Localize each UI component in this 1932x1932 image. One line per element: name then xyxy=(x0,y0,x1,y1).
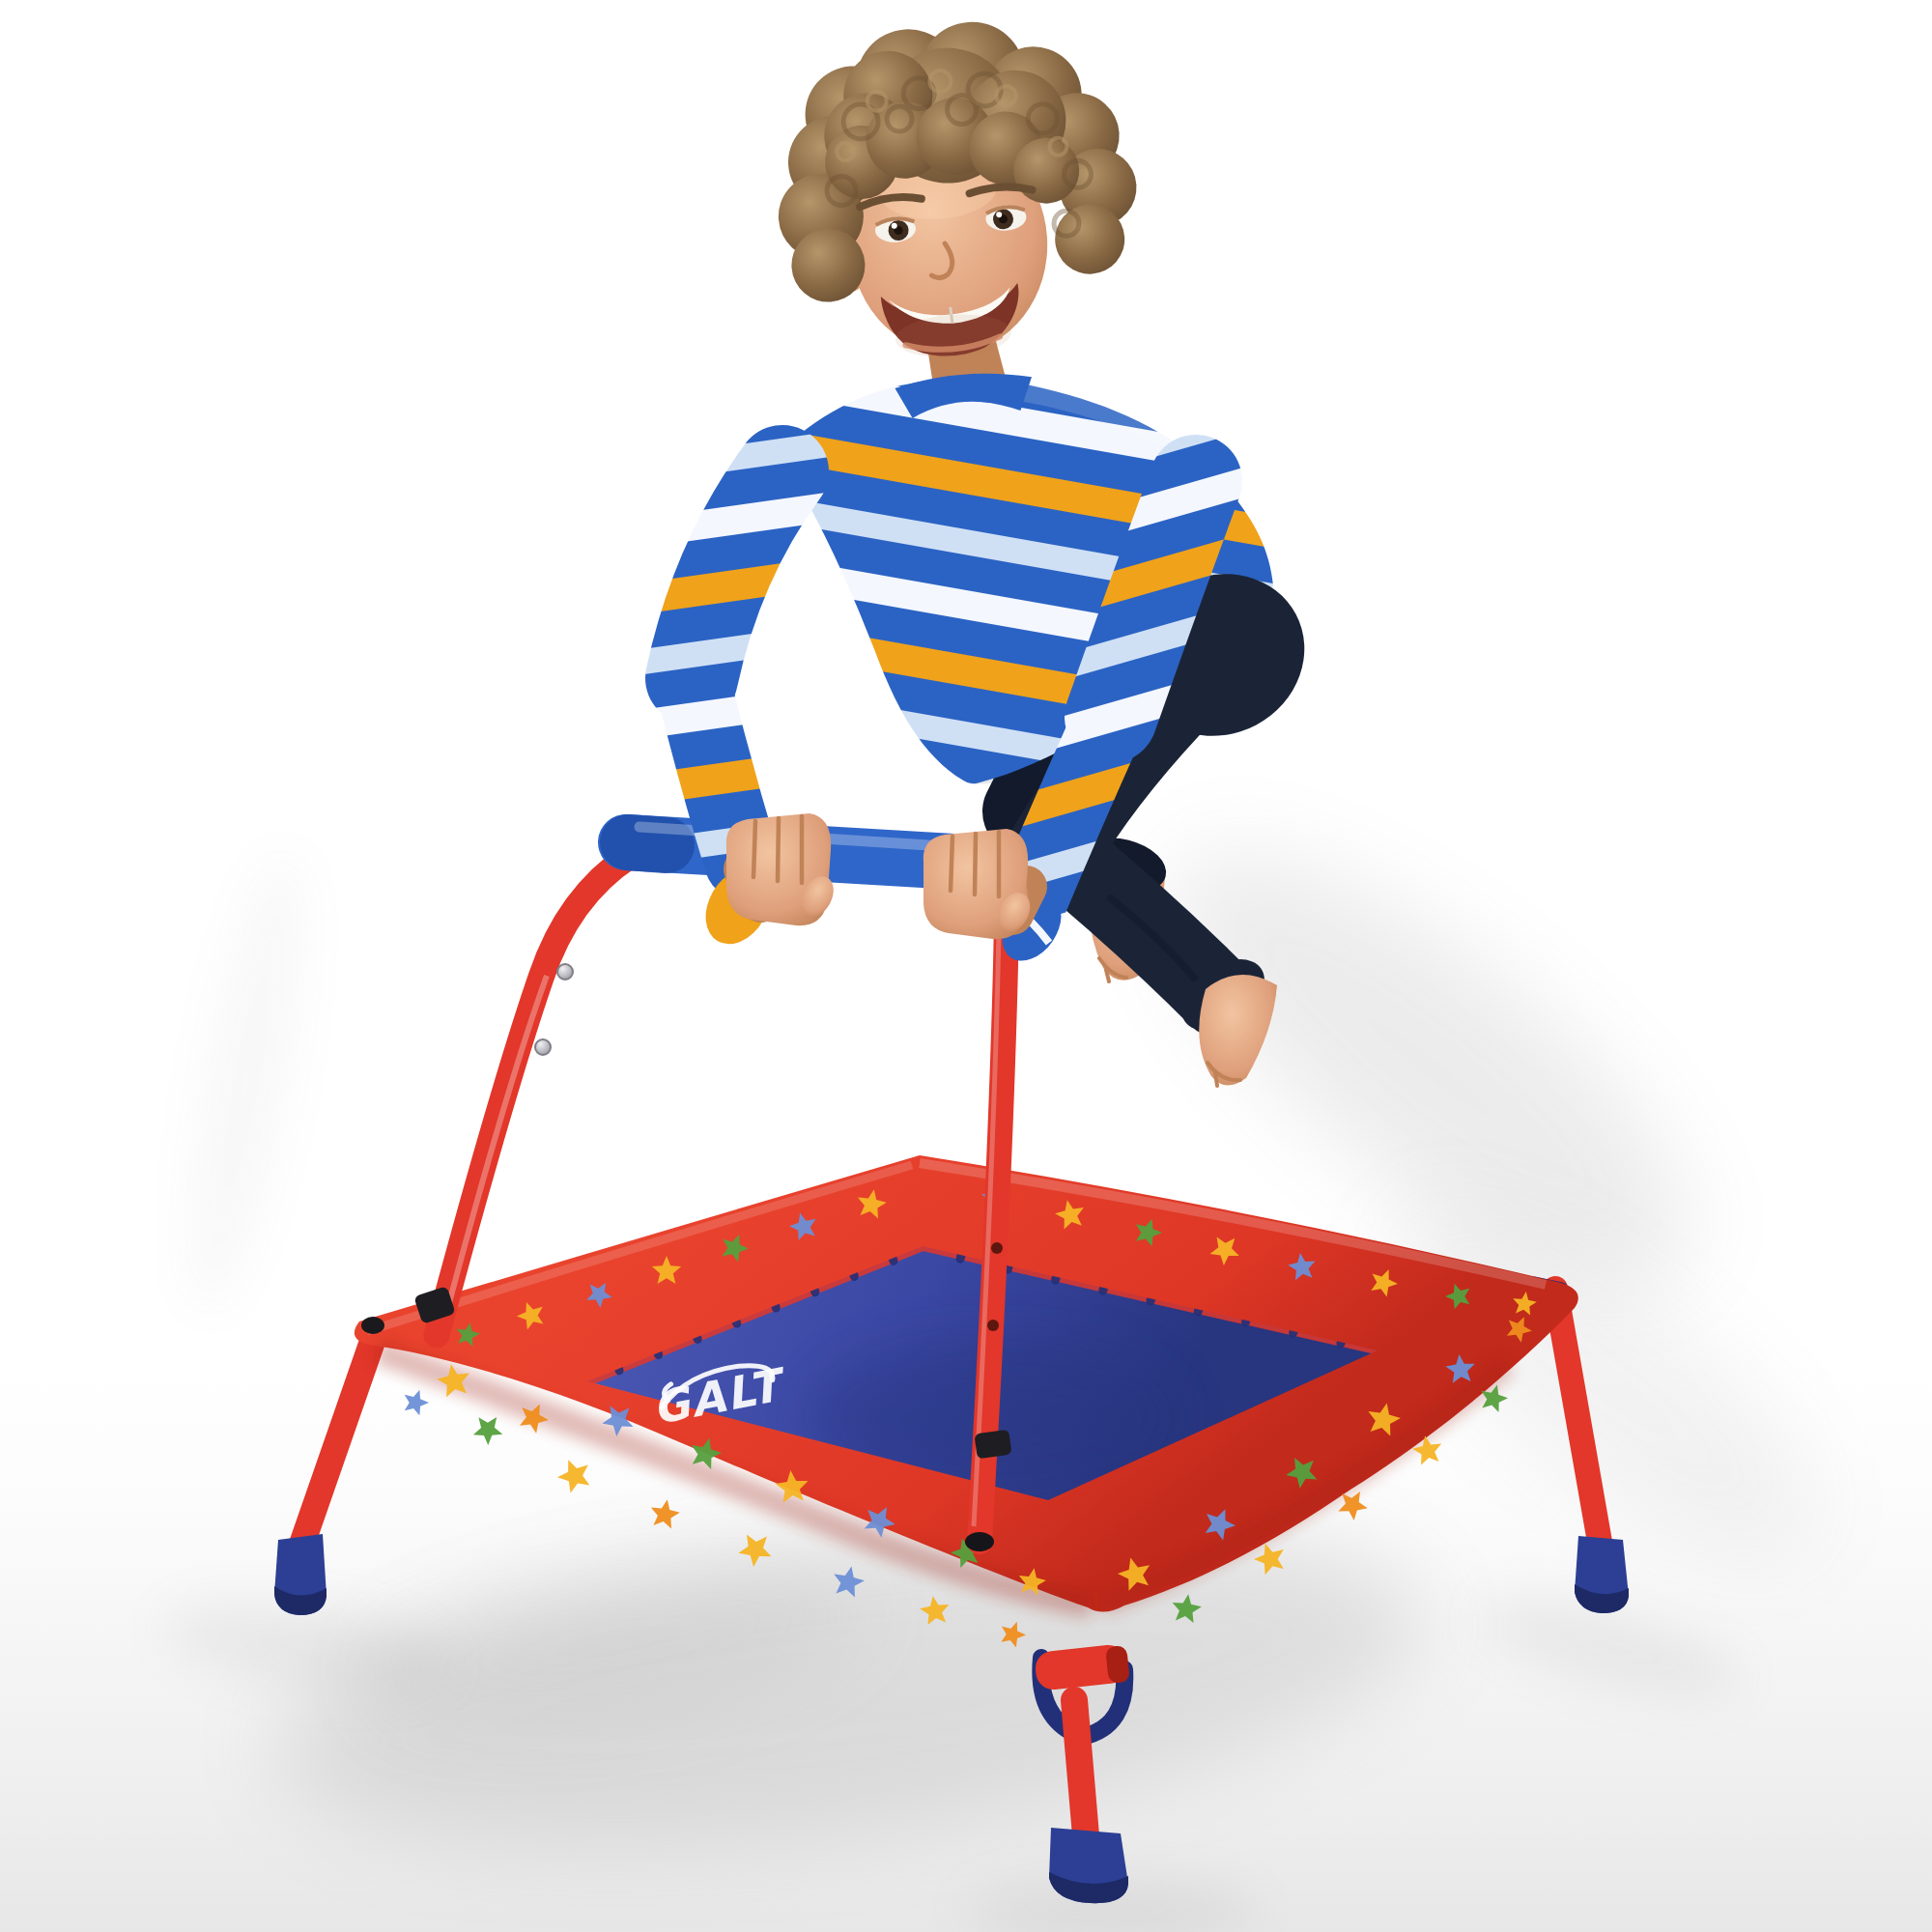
left-bolt-lower xyxy=(535,1039,551,1055)
foam-grip-end-left xyxy=(628,842,667,845)
left-hand xyxy=(726,813,840,925)
right-tube-base xyxy=(965,1532,994,1551)
right-fold-clamp xyxy=(974,1430,1011,1460)
right-rivet-lower xyxy=(987,1320,999,1331)
front-leg-tube xyxy=(1074,1700,1086,1835)
right-rivet-upper xyxy=(991,1242,1003,1254)
left-bolt-upper xyxy=(557,964,573,980)
right-hand xyxy=(923,829,1037,939)
product-photo: GALT xyxy=(0,0,1932,1932)
left-corner-knob xyxy=(361,1317,384,1334)
